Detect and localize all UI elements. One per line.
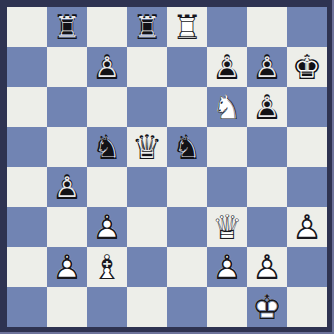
- piece-white-queen[interactable]: ♛♕: [207, 207, 247, 247]
- black-queen-detail-glyph: ♕: [130, 131, 164, 165]
- square-h6[interactable]: [287, 87, 327, 127]
- square-d3[interactable]: [127, 207, 167, 247]
- square-b7[interactable]: [47, 47, 87, 87]
- piece-white-bishop[interactable]: ♝♗: [87, 247, 127, 287]
- square-a7[interactable]: [7, 47, 47, 87]
- black-king-detail-glyph: ♔: [290, 51, 324, 85]
- square-e5[interactable]: ♞♘: [167, 127, 207, 167]
- black-pawn-glyph: ♟: [247, 47, 287, 87]
- piece-black-pawn[interactable]: ♟♙: [47, 167, 87, 207]
- white-king-glyph: ♚: [247, 287, 287, 327]
- black-pawn-glyph: ♟: [247, 87, 287, 127]
- square-c2[interactable]: ♝♗: [87, 247, 127, 287]
- piece-white-pawn[interactable]: ♟♙: [247, 247, 287, 287]
- white-pawn-glyph: ♟: [47, 247, 87, 287]
- white-bishop-glyph: ♝: [87, 247, 127, 287]
- square-f8[interactable]: [207, 7, 247, 47]
- black-pawn-glyph: ♟: [207, 47, 247, 87]
- square-e4[interactable]: [167, 167, 207, 207]
- square-e2[interactable]: [167, 247, 207, 287]
- square-a8[interactable]: [7, 7, 47, 47]
- white-queen-detail-glyph: ♕: [207, 207, 247, 247]
- square-d4[interactable]: [127, 167, 167, 207]
- piece-black-rook[interactable]: ♜♖: [47, 7, 87, 47]
- black-pawn-glyph: ♟: [87, 47, 127, 87]
- square-g3[interactable]: [247, 207, 287, 247]
- black-knight-glyph: ♞: [167, 127, 207, 167]
- square-c5[interactable]: ♞♘: [87, 127, 127, 167]
- piece-black-knight[interactable]: ♞♘: [167, 127, 207, 167]
- square-f7[interactable]: ♟♙: [207, 47, 247, 87]
- square-f6[interactable]: ♞♘: [207, 87, 247, 127]
- square-c3[interactable]: ♟♙: [87, 207, 127, 247]
- square-f2[interactable]: ♟♙: [207, 247, 247, 287]
- square-e8[interactable]: ♜♖: [167, 7, 207, 47]
- piece-white-pawn[interactable]: ♟♙: [287, 207, 327, 247]
- black-rook-glyph: ♜: [127, 7, 167, 47]
- chess-board: ♜♖♜♖♜♖♟♙♟♙♟♙♚♔♞♘♟♙♞♘♛♕♞♘♟♙♟♙♛♕♟♙♟♙♝♗♟♙♟♙…: [7, 7, 327, 327]
- white-pawn-glyph: ♟: [247, 247, 287, 287]
- square-f4[interactable]: [207, 167, 247, 207]
- square-b2[interactable]: ♟♙: [47, 247, 87, 287]
- square-d7[interactable]: [127, 47, 167, 87]
- white-pawn-detail-glyph: ♙: [47, 247, 87, 287]
- black-pawn-detail-glyph: ♙: [250, 51, 284, 85]
- square-c7[interactable]: ♟♙: [87, 47, 127, 87]
- white-pawn-detail-glyph: ♙: [247, 247, 287, 287]
- piece-white-pawn[interactable]: ♟♙: [87, 207, 127, 247]
- piece-black-knight[interactable]: ♞♘: [87, 127, 127, 167]
- square-a6[interactable]: [7, 87, 47, 127]
- square-b8[interactable]: ♜♖: [47, 7, 87, 47]
- square-f3[interactable]: ♛♕: [207, 207, 247, 247]
- white-pawn-glyph: ♟: [207, 247, 247, 287]
- black-pawn-detail-glyph: ♙: [250, 91, 284, 125]
- piece-white-pawn[interactable]: ♟♙: [47, 247, 87, 287]
- piece-white-king[interactable]: ♚♔: [247, 287, 287, 327]
- square-e6[interactable]: [167, 87, 207, 127]
- square-a3[interactable]: [7, 207, 47, 247]
- black-king-glyph: ♚: [287, 47, 327, 87]
- square-c6[interactable]: [87, 87, 127, 127]
- square-h2[interactable]: [287, 247, 327, 287]
- square-a5[interactable]: [7, 127, 47, 167]
- square-g1[interactable]: ♚♔: [247, 287, 287, 327]
- square-a2[interactable]: [7, 247, 47, 287]
- piece-black-king[interactable]: ♚♔: [287, 47, 327, 87]
- black-rook-glyph: ♜: [47, 7, 87, 47]
- square-b5[interactable]: [47, 127, 87, 167]
- square-d2[interactable]: [127, 247, 167, 287]
- piece-black-pawn[interactable]: ♟♙: [247, 87, 287, 127]
- black-knight-glyph: ♞: [87, 127, 127, 167]
- square-b3[interactable]: [47, 207, 87, 247]
- piece-white-rook[interactable]: ♜♖: [167, 7, 207, 47]
- white-queen-glyph: ♛: [207, 207, 247, 247]
- black-rook-detail-glyph: ♖: [50, 11, 84, 45]
- piece-white-pawn[interactable]: ♟♙: [207, 247, 247, 287]
- square-d5[interactable]: ♛♕: [127, 127, 167, 167]
- square-d8[interactable]: ♜♖: [127, 7, 167, 47]
- square-g5[interactable]: [247, 127, 287, 167]
- black-knight-detail-glyph: ♘: [90, 131, 124, 165]
- square-h8[interactable]: [287, 7, 327, 47]
- white-bishop-detail-glyph: ♗: [87, 247, 127, 287]
- piece-black-pawn[interactable]: ♟♙: [247, 47, 287, 87]
- square-a1[interactable]: [7, 287, 47, 327]
- square-g8[interactable]: [247, 7, 287, 47]
- square-h4[interactable]: [287, 167, 327, 207]
- white-knight-glyph: ♞: [207, 87, 247, 127]
- square-e1[interactable]: [167, 287, 207, 327]
- piece-black-rook[interactable]: ♜♖: [127, 7, 167, 47]
- square-h1[interactable]: [287, 287, 327, 327]
- white-rook-glyph: ♜: [167, 7, 207, 47]
- square-f1[interactable]: [207, 287, 247, 327]
- square-d6[interactable]: [127, 87, 167, 127]
- piece-black-pawn[interactable]: ♟♙: [207, 47, 247, 87]
- black-pawn-detail-glyph: ♙: [210, 51, 244, 85]
- square-c4[interactable]: [87, 167, 127, 207]
- white-pawn-glyph: ♟: [287, 207, 327, 247]
- piece-black-pawn[interactable]: ♟♙: [87, 47, 127, 87]
- square-c8[interactable]: [87, 7, 127, 47]
- square-f5[interactable]: [207, 127, 247, 167]
- square-g4[interactable]: [247, 167, 287, 207]
- white-pawn-glyph: ♟: [87, 207, 127, 247]
- square-b4[interactable]: ♟♙: [47, 167, 87, 207]
- black-rook-detail-glyph: ♖: [130, 11, 164, 45]
- white-rook-detail-glyph: ♖: [167, 7, 207, 47]
- black-pawn-glyph: ♟: [47, 167, 87, 207]
- square-e7[interactable]: [167, 47, 207, 87]
- white-pawn-detail-glyph: ♙: [287, 207, 327, 247]
- square-h7[interactable]: ♚♔: [287, 47, 327, 87]
- square-g2[interactable]: ♟♙: [247, 247, 287, 287]
- square-e3[interactable]: [167, 207, 207, 247]
- black-pawn-detail-glyph: ♙: [50, 171, 84, 205]
- piece-white-knight[interactable]: ♞♘: [207, 87, 247, 127]
- white-pawn-detail-glyph: ♙: [207, 247, 247, 287]
- square-h3[interactable]: ♟♙: [287, 207, 327, 247]
- chess-board-frame: ♜♖♜♖♜♖♟♙♟♙♟♙♚♔♞♘♟♙♞♘♛♕♞♘♟♙♟♙♛♕♟♙♟♙♝♗♟♙♟♙…: [0, 0, 334, 334]
- square-b6[interactable]: [47, 87, 87, 127]
- white-pawn-detail-glyph: ♙: [87, 207, 127, 247]
- white-knight-detail-glyph: ♘: [207, 87, 247, 127]
- black-pawn-detail-glyph: ♙: [90, 51, 124, 85]
- black-knight-detail-glyph: ♘: [170, 131, 204, 165]
- white-king-detail-glyph: ♔: [247, 287, 287, 327]
- square-g7[interactable]: ♟♙: [247, 47, 287, 87]
- piece-black-queen[interactable]: ♛♕: [127, 127, 167, 167]
- black-queen-glyph: ♛: [127, 127, 167, 167]
- square-b1[interactable]: [47, 287, 87, 327]
- square-c1[interactable]: [87, 287, 127, 327]
- square-d1[interactable]: [127, 287, 167, 327]
- square-a4[interactable]: [7, 167, 47, 207]
- square-g6[interactable]: ♟♙: [247, 87, 287, 127]
- square-h5[interactable]: [287, 127, 327, 167]
